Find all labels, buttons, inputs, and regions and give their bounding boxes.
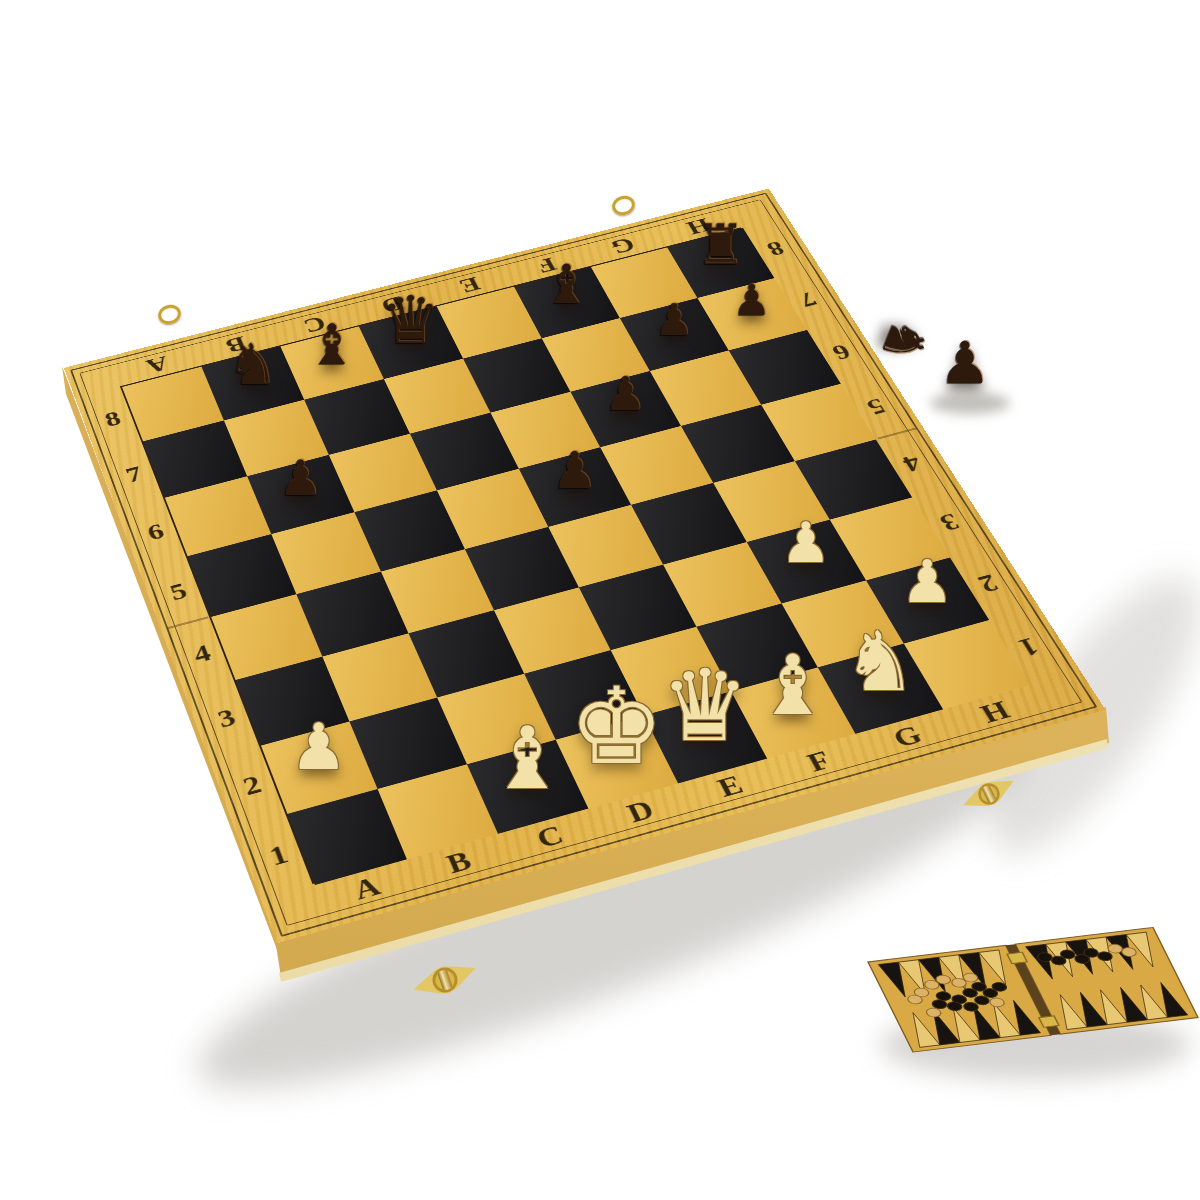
piece-black-pawn-e5[interactable]: ♟ [552, 445, 598, 496]
rank-label-right-7: 7 [794, 287, 821, 311]
piece-white-knight-g1[interactable]: ♞ [843, 621, 917, 703]
rank-label-left-7: 7 [122, 461, 146, 487]
rank-label-right-2: 2 [972, 569, 1003, 598]
rank-label-left-6: 6 [144, 518, 168, 545]
brass-ring-right [610, 194, 637, 218]
brass-ring-left [156, 303, 183, 327]
rank-label-left-3: 3 [214, 703, 240, 734]
piece-black-pawn-f6[interactable]: ♟ [604, 370, 646, 417]
piece-white-queen-e1[interactable]: ♛ [661, 656, 750, 755]
rank-label-left-8: 8 [102, 406, 125, 431]
piece-white-king-d1[interactable]: ♚ [569, 675, 664, 781]
piece-black-pawn-offboard[interactable]: ♟ [939, 334, 991, 392]
rank-label-left-2: 2 [239, 770, 266, 802]
rank-label-right-1: 1 [1012, 632, 1044, 662]
file-label-bottom-H: H [975, 695, 1016, 729]
piece-white-bishop-f1[interactable]: ♝ [756, 644, 830, 727]
file-label-bottom-E: E [712, 769, 748, 803]
file-label-bottom-A: A [349, 870, 385, 906]
rank-label-right-4: 4 [897, 450, 927, 477]
rank-label-right-5: 5 [861, 394, 890, 420]
file-label-bottom-D: D [622, 794, 660, 829]
piece-black-bishop-c8[interactable]: ♝ [307, 317, 357, 373]
piece-black-pawn-h7[interactable]: ♟ [733, 279, 772, 322]
piece-black-pawn-g7[interactable]: ♟ [654, 298, 693, 342]
product-photo-scene: AA88BB77CC66DD55EE44FF33GG22HH11 ♝♚♛♝♞♟♟… [0, 0, 1200, 1200]
piece-black-knight-b8[interactable]: ♞ [227, 336, 278, 393]
file-label-bottom-F: F [802, 745, 837, 778]
piece-white-bishop-c1[interactable]: ♝ [489, 716, 566, 802]
rank-label-left-1: 1 [265, 839, 293, 872]
backgammon-inset-photo [840, 900, 1200, 1100]
piece-black-rook-h8[interactable]: ♜ [695, 217, 745, 273]
fold-seam-right [878, 427, 918, 439]
piece-white-pawn-g3[interactable]: ♟ [781, 515, 831, 571]
rank-label-right-8: 8 [762, 237, 789, 260]
file-label-bottom-G: G [888, 719, 929, 753]
fold-seam-left [167, 616, 209, 629]
rank-label-left-5: 5 [166, 578, 191, 606]
piece-white-pawn-h2[interactable]: ♟ [901, 552, 954, 611]
piece-black-queen-d8[interactable]: ♛ [381, 288, 440, 354]
piece-black-bishop-f8[interactable]: ♝ [542, 258, 590, 312]
piece-white-pawn-a2[interactable]: ♟ [290, 715, 347, 779]
rank-label-right-6: 6 [827, 340, 855, 365]
piece-black-pawn-b6[interactable]: ♟ [278, 454, 322, 503]
file-label-bottom-C: C [532, 819, 569, 854]
file-label-bottom-B: B [442, 845, 477, 880]
rank-label-right-3: 3 [934, 508, 965, 536]
rank-label-left-4: 4 [190, 639, 216, 668]
